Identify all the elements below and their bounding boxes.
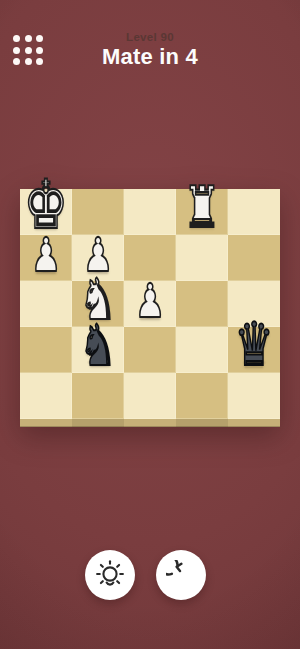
- square-d1[interactable]: [176, 373, 228, 419]
- square-d3[interactable]: [176, 281, 228, 327]
- square-a1[interactable]: [20, 373, 72, 419]
- square-e4[interactable]: [228, 235, 280, 281]
- board-edge: [20, 419, 280, 427]
- square-e1[interactable]: [228, 373, 280, 419]
- puzzle-goal-title: Mate in 4: [0, 44, 300, 70]
- square-d4[interactable]: [176, 235, 228, 281]
- bottom-controls: [0, 550, 300, 600]
- square-c2[interactable]: [124, 327, 176, 373]
- undo-button[interactable]: [156, 550, 206, 600]
- lightbulb-icon: [95, 560, 125, 590]
- hint-button[interactable]: [85, 550, 135, 600]
- square-a2[interactable]: [20, 327, 72, 373]
- black-queen-e2[interactable]: ♛: [234, 315, 273, 375]
- square-d2[interactable]: [176, 327, 228, 373]
- square-e5[interactable]: [228, 189, 280, 235]
- white-pawn-a4[interactable]: ♟: [31, 232, 62, 279]
- chess-board: ♚♜♟♟♞♟♞♛: [20, 189, 280, 427]
- square-c5[interactable]: [124, 189, 176, 235]
- white-rook-d5[interactable]: ♜: [183, 179, 220, 236]
- square-a3[interactable]: [20, 281, 72, 327]
- level-label: Level 90: [0, 31, 300, 43]
- square-b1[interactable]: [72, 373, 124, 419]
- app-screen: Level 90 Mate in 4 ♚♜♟♟♞♟♞♛: [0, 0, 300, 649]
- black-knight-b2[interactable]: ♞: [79, 317, 116, 374]
- undo-arrow-icon: [166, 560, 196, 590]
- header: Level 90 Mate in 4: [0, 31, 300, 70]
- square-c1[interactable]: [124, 373, 176, 419]
- white-pawn-c3[interactable]: ♟: [135, 278, 166, 325]
